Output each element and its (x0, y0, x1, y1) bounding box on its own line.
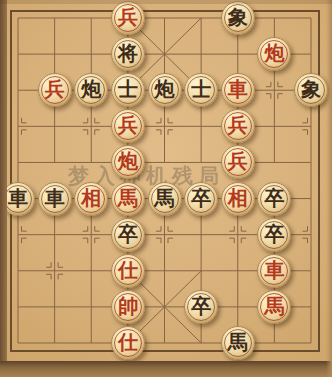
piece-black-卒[interactable]: 卒 (257, 218, 291, 252)
piece-black-士[interactable]: 士 (111, 73, 145, 107)
piece-label: 馬 (264, 296, 284, 316)
piece-label: 兵 (118, 7, 138, 27)
piece-label: 帥 (118, 296, 138, 316)
piece-red-帥[interactable]: 帥 (111, 290, 145, 324)
piece-label: 卒 (264, 224, 284, 244)
piece-label: 相 (228, 188, 248, 208)
piece-label: 仕 (118, 332, 138, 352)
piece-label: 車 (228, 79, 248, 99)
piece-label: 卒 (118, 224, 138, 244)
piece-label: 兵 (45, 79, 65, 99)
xiangqi-board[interactable]: 梦入神机残局 兵象将炮兵炮士炮士車象兵兵炮兵車車相馬馬卒相卒卒卒仕車帥卒馬仕馬 (0, 0, 332, 377)
piece-label: 馬 (155, 188, 175, 208)
piece-label: 兵 (228, 151, 248, 171)
piece-label: 兵 (118, 115, 138, 135)
piece-label: 士 (118, 79, 138, 99)
piece-label: 馬 (228, 332, 248, 352)
piece-black-卒[interactable]: 卒 (111, 218, 145, 252)
piece-label: 馬 (118, 188, 138, 208)
piece-black-象[interactable]: 象 (294, 73, 328, 107)
piece-label: 卒 (264, 188, 284, 208)
piece-label: 車 (264, 260, 284, 280)
piece-red-相[interactable]: 相 (74, 182, 108, 216)
piece-red-兵[interactable]: 兵 (221, 145, 255, 179)
piece-black-将[interactable]: 将 (111, 37, 145, 71)
piece-black-卒[interactable]: 卒 (257, 182, 291, 216)
piece-red-兵[interactable]: 兵 (111, 1, 145, 35)
piece-label: 象 (228, 7, 248, 27)
piece-black-車[interactable]: 車 (38, 182, 72, 216)
piece-black-炮[interactable]: 炮 (148, 73, 182, 107)
piece-black-馬[interactable]: 馬 (148, 182, 182, 216)
piece-red-馬[interactable]: 馬 (111, 182, 145, 216)
piece-red-車[interactable]: 車 (257, 254, 291, 288)
piece-label: 卒 (191, 188, 211, 208)
piece-label: 士 (191, 79, 211, 99)
piece-label: 車 (45, 188, 65, 208)
piece-red-仕[interactable]: 仕 (111, 326, 145, 360)
piece-label: 将 (118, 43, 138, 63)
piece-label: 炮 (264, 43, 284, 63)
piece-red-兵[interactable]: 兵 (38, 73, 72, 107)
piece-red-兵[interactable]: 兵 (111, 109, 145, 143)
piece-red-相[interactable]: 相 (221, 182, 255, 216)
piece-red-車[interactable]: 車 (221, 73, 255, 107)
piece-label: 卒 (191, 296, 211, 316)
piece-label: 兵 (228, 115, 248, 135)
piece-black-馬[interactable]: 馬 (221, 326, 255, 360)
piece-label: 仕 (118, 260, 138, 280)
piece-label: 象 (301, 79, 321, 99)
piece-red-兵[interactable]: 兵 (221, 109, 255, 143)
piece-red-馬[interactable]: 馬 (257, 290, 291, 324)
piece-red-仕[interactable]: 仕 (111, 254, 145, 288)
piece-black-象[interactable]: 象 (221, 1, 255, 35)
piece-black-卒[interactable]: 卒 (184, 290, 218, 324)
piece-label: 相 (81, 188, 101, 208)
piece-black-卒[interactable]: 卒 (184, 182, 218, 216)
piece-label: 炮 (118, 151, 138, 171)
piece-label: 車 (8, 188, 28, 208)
piece-black-車[interactable]: 車 (1, 182, 35, 216)
piece-label: 炮 (155, 79, 175, 99)
piece-label: 炮 (81, 79, 101, 99)
